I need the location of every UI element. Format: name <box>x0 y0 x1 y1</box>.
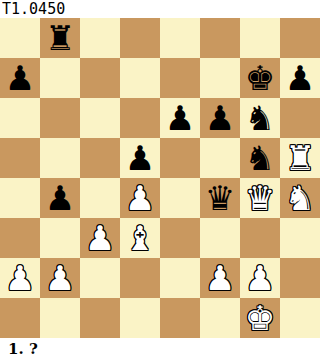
square-a5[interactable] <box>0 138 40 178</box>
black-knight[interactable]: ♞ <box>245 98 275 138</box>
square-g5[interactable]: ♞ <box>240 138 280 178</box>
square-b6[interactable] <box>40 98 80 138</box>
square-d6[interactable] <box>120 98 160 138</box>
white-queen[interactable]: ♛ <box>245 178 275 218</box>
square-g4[interactable]: ♛ <box>240 178 280 218</box>
square-e8[interactable] <box>160 18 200 58</box>
square-h2[interactable] <box>280 258 320 298</box>
square-h1[interactable] <box>280 298 320 338</box>
black-pawn[interactable]: ♟ <box>45 178 75 218</box>
square-a4[interactable] <box>0 178 40 218</box>
square-h4[interactable]: ♞ <box>280 178 320 218</box>
black-rook[interactable]: ♜ <box>45 18 75 58</box>
square-f5[interactable] <box>200 138 240 178</box>
square-d1[interactable] <box>120 298 160 338</box>
square-a8[interactable] <box>0 18 40 58</box>
move-prompt-text: 1. ? <box>8 340 38 358</box>
square-d8[interactable] <box>120 18 160 58</box>
square-d5[interactable]: ♟ <box>120 138 160 178</box>
square-a1[interactable] <box>0 298 40 338</box>
square-b4[interactable]: ♟ <box>40 178 80 218</box>
square-e1[interactable] <box>160 298 200 338</box>
square-h3[interactable] <box>280 218 320 258</box>
square-b8[interactable]: ♜ <box>40 18 80 58</box>
black-pawn[interactable]: ♟ <box>125 138 155 178</box>
square-b3[interactable] <box>40 218 80 258</box>
black-queen[interactable]: ♛ <box>205 178 235 218</box>
square-c8[interactable] <box>80 18 120 58</box>
square-a3[interactable] <box>0 218 40 258</box>
square-c5[interactable] <box>80 138 120 178</box>
black-pawn[interactable]: ♟ <box>285 58 315 98</box>
white-pawn[interactable]: ♟ <box>205 258 235 298</box>
square-e5[interactable] <box>160 138 200 178</box>
square-h6[interactable] <box>280 98 320 138</box>
square-a6[interactable] <box>0 98 40 138</box>
white-bishop[interactable]: ♝ <box>125 218 155 258</box>
square-c7[interactable] <box>80 58 120 98</box>
square-b7[interactable] <box>40 58 80 98</box>
square-b1[interactable] <box>40 298 80 338</box>
square-c2[interactable] <box>80 258 120 298</box>
square-b5[interactable] <box>40 138 80 178</box>
white-king[interactable]: ♚ <box>245 298 275 338</box>
square-g2[interactable]: ♟ <box>240 258 280 298</box>
square-a2[interactable]: ♟ <box>0 258 40 298</box>
tactics-trainer-screen: T1.0450 ♜♟♚♟♟♟♞♟♞♜♟♟♛♛♞♟♝♟♟♟♟♚ 1. ? <box>0 0 320 360</box>
white-pawn[interactable]: ♟ <box>85 218 115 258</box>
square-e7[interactable] <box>160 58 200 98</box>
white-rook[interactable]: ♜ <box>285 138 315 178</box>
square-e6[interactable]: ♟ <box>160 98 200 138</box>
square-h8[interactable] <box>280 18 320 58</box>
square-h7[interactable]: ♟ <box>280 58 320 98</box>
square-f3[interactable] <box>200 218 240 258</box>
square-d3[interactable]: ♝ <box>120 218 160 258</box>
square-f2[interactable]: ♟ <box>200 258 240 298</box>
square-f6[interactable]: ♟ <box>200 98 240 138</box>
chess-board[interactable]: ♜♟♚♟♟♟♞♟♞♜♟♟♛♛♞♟♝♟♟♟♟♚ <box>0 18 320 338</box>
square-f8[interactable] <box>200 18 240 58</box>
square-h5[interactable]: ♜ <box>280 138 320 178</box>
black-pawn[interactable]: ♟ <box>165 98 195 138</box>
white-pawn[interactable]: ♟ <box>5 258 35 298</box>
square-f1[interactable] <box>200 298 240 338</box>
move-prompt-bar: 1. ? <box>0 338 320 360</box>
square-f7[interactable] <box>200 58 240 98</box>
black-pawn[interactable]: ♟ <box>205 98 235 138</box>
white-knight[interactable]: ♞ <box>285 178 315 218</box>
square-c3[interactable]: ♟ <box>80 218 120 258</box>
square-c6[interactable] <box>80 98 120 138</box>
white-pawn[interactable]: ♟ <box>125 178 155 218</box>
puzzle-id-label: T1.0450 <box>2 0 65 18</box>
square-b2[interactable]: ♟ <box>40 258 80 298</box>
square-d4[interactable]: ♟ <box>120 178 160 218</box>
square-c4[interactable] <box>80 178 120 218</box>
square-e3[interactable] <box>160 218 200 258</box>
square-g3[interactable] <box>240 218 280 258</box>
square-g7[interactable]: ♚ <box>240 58 280 98</box>
black-king[interactable]: ♚ <box>245 58 275 98</box>
square-a7[interactable]: ♟ <box>0 58 40 98</box>
black-pawn[interactable]: ♟ <box>5 58 35 98</box>
puzzle-header: T1.0450 <box>0 0 320 18</box>
square-d2[interactable] <box>120 258 160 298</box>
square-d7[interactable] <box>120 58 160 98</box>
white-pawn[interactable]: ♟ <box>45 258 75 298</box>
square-g8[interactable] <box>240 18 280 58</box>
square-c1[interactable] <box>80 298 120 338</box>
square-e2[interactable] <box>160 258 200 298</box>
white-pawn[interactable]: ♟ <box>245 258 275 298</box>
square-g6[interactable]: ♞ <box>240 98 280 138</box>
square-g1[interactable]: ♚ <box>240 298 280 338</box>
square-e4[interactable] <box>160 178 200 218</box>
black-knight[interactable]: ♞ <box>245 138 275 178</box>
square-f4[interactable]: ♛ <box>200 178 240 218</box>
